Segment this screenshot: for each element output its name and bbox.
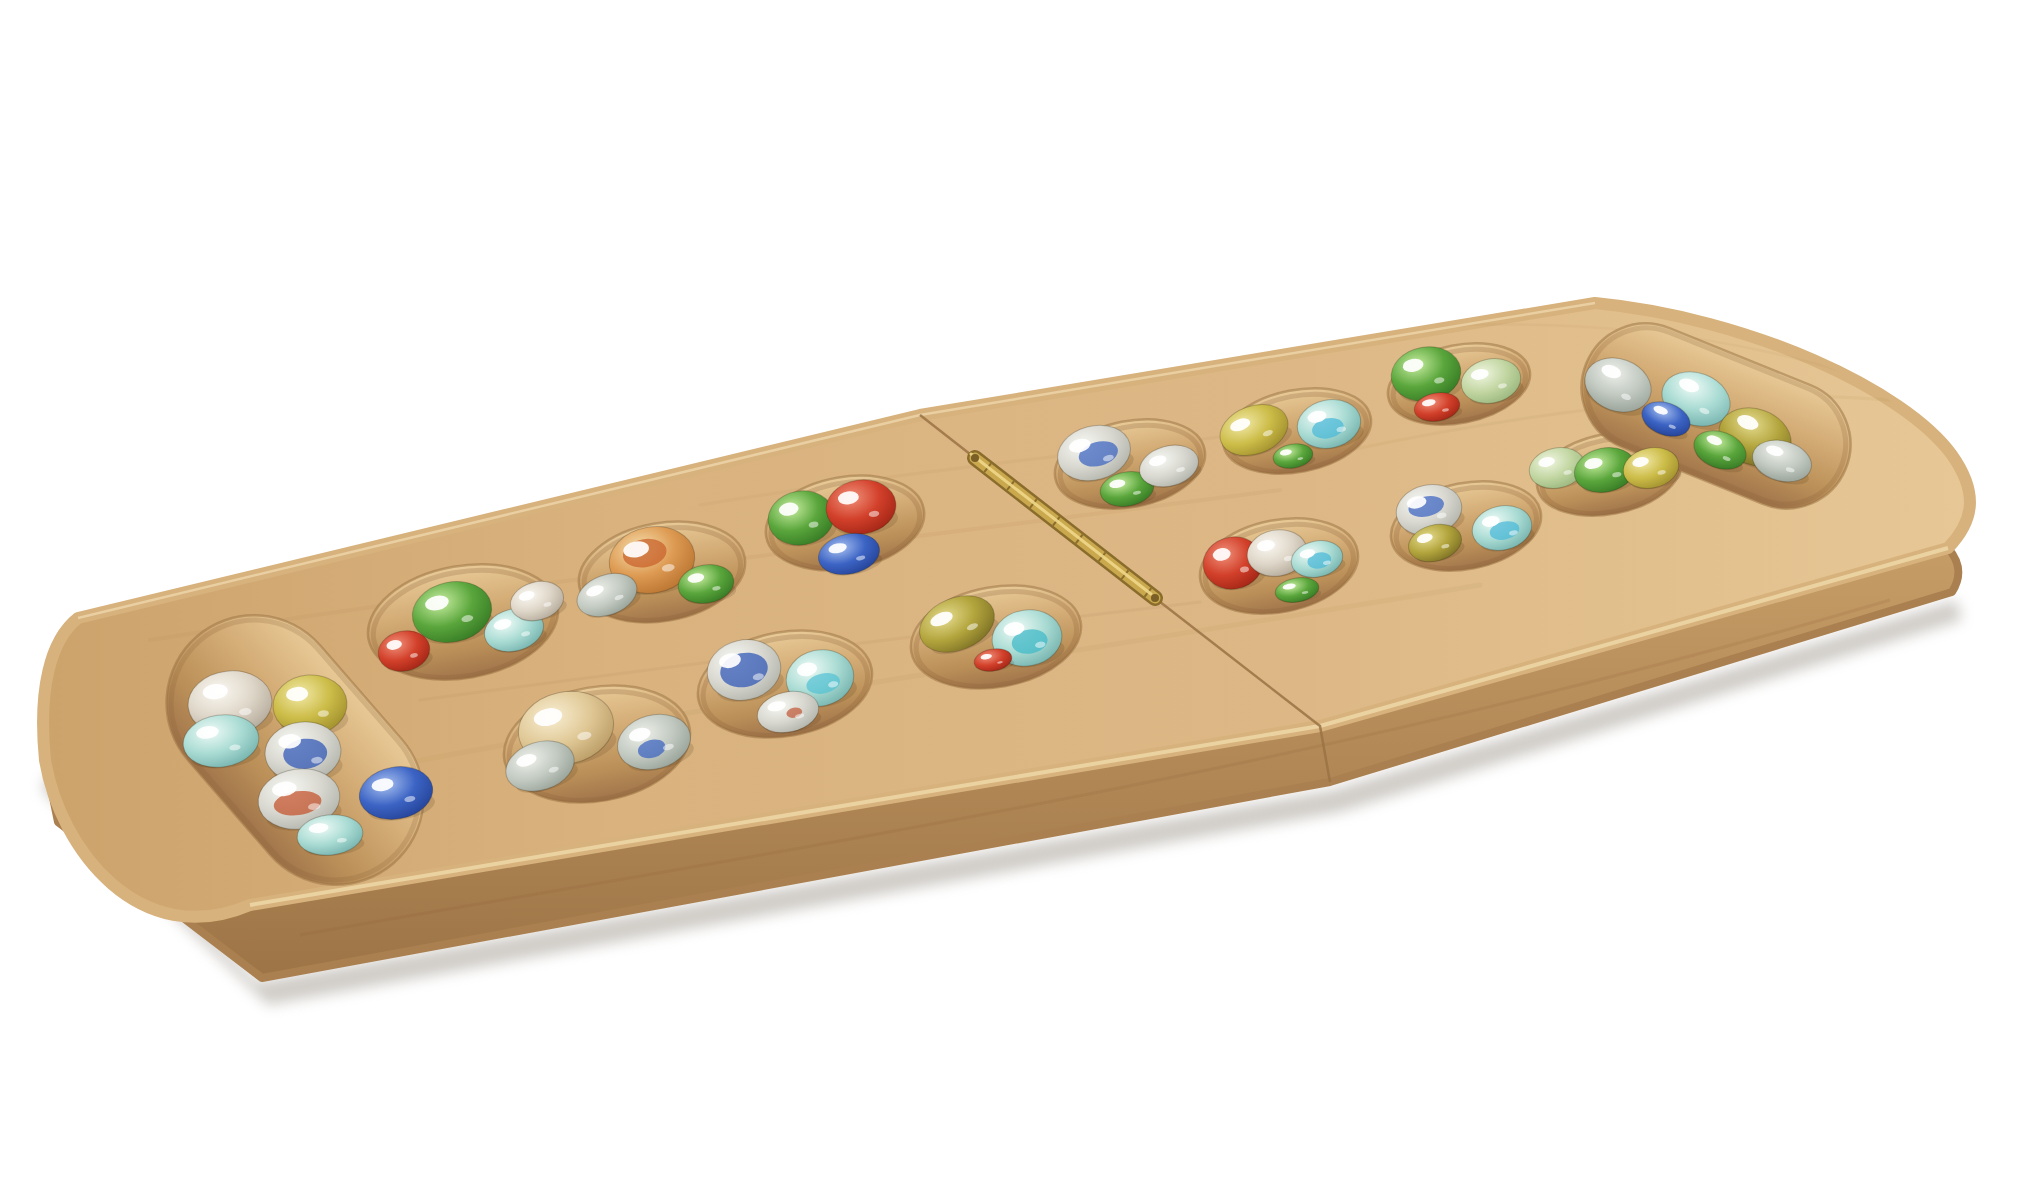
mancala-board-photo bbox=[0, 0, 2040, 1201]
photo-scene: Folding natural wood mancala (kalah) boa… bbox=[0, 0, 2040, 1201]
